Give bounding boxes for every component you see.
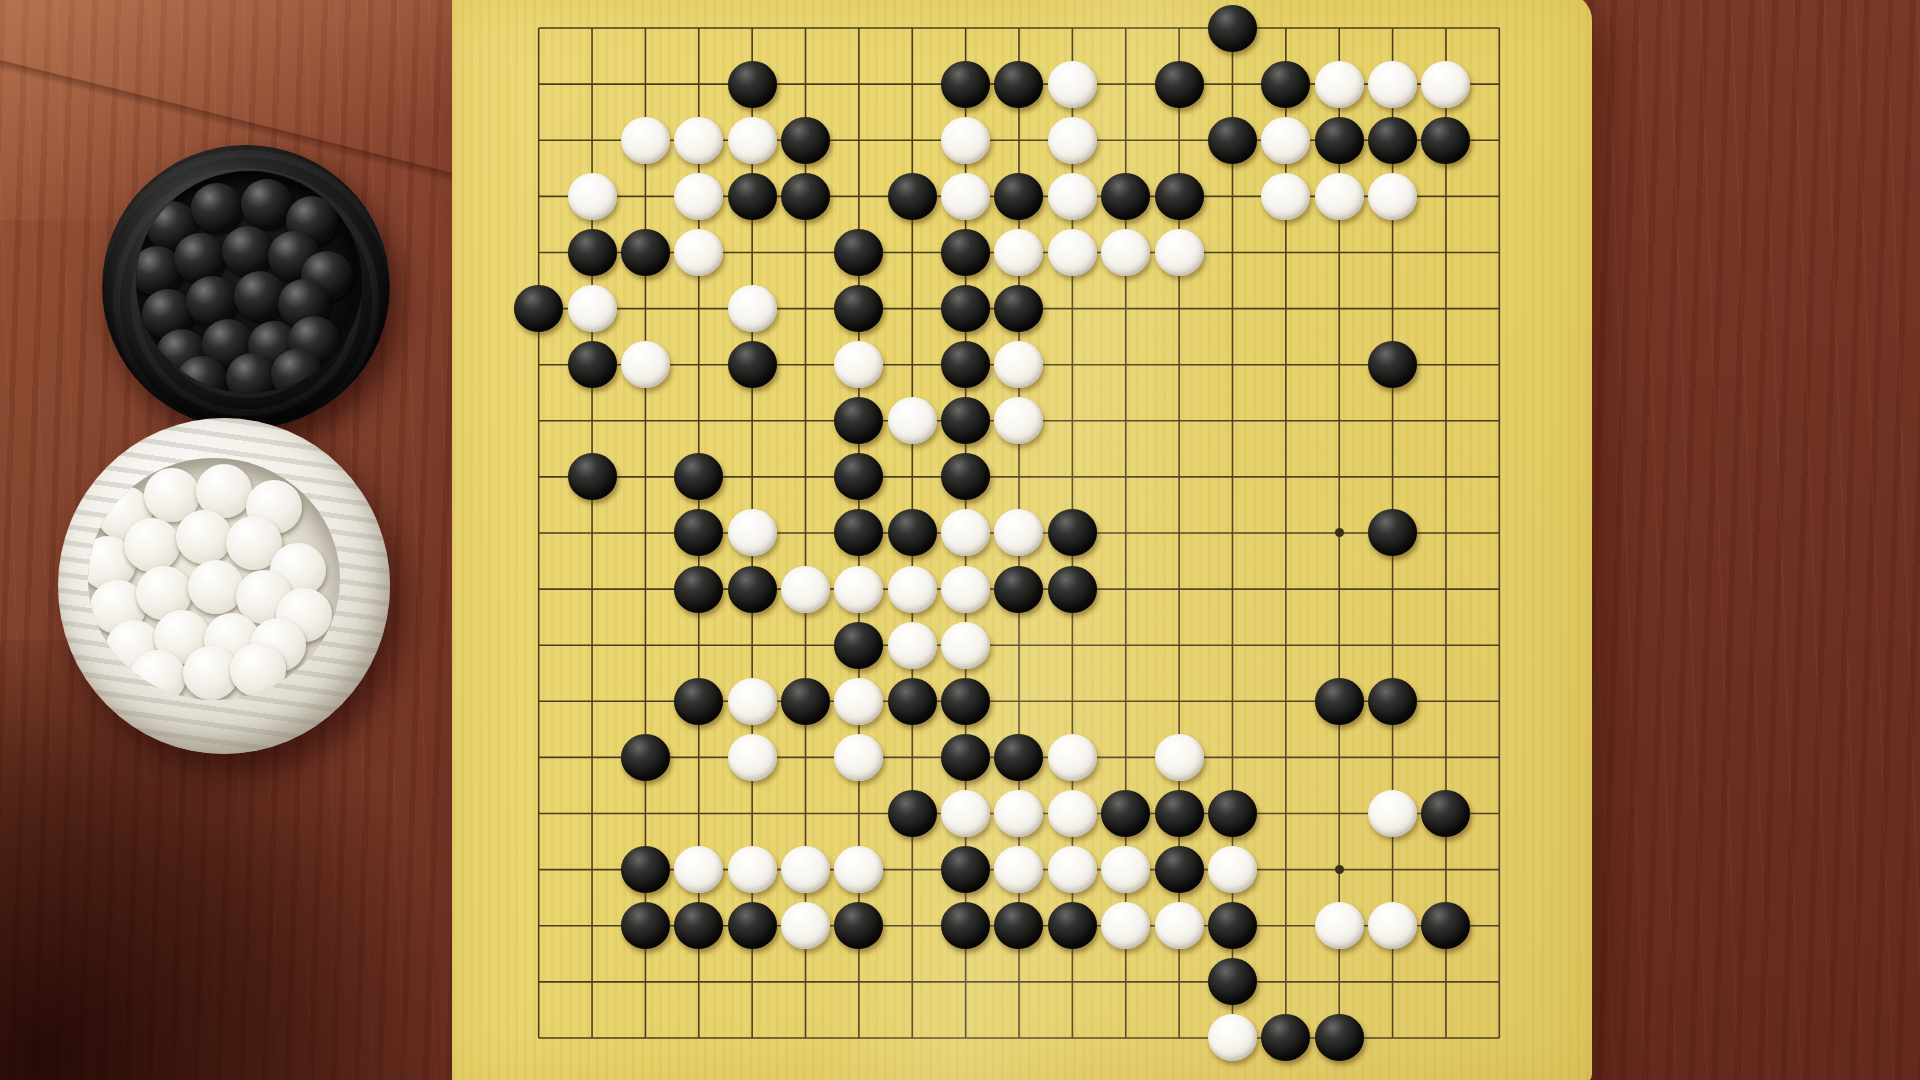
black-stone[interactable] <box>1421 117 1470 164</box>
white-stone[interactable] <box>1048 229 1097 276</box>
black-stone[interactable] <box>888 509 937 556</box>
black-stone[interactable] <box>994 734 1043 781</box>
white-stone[interactable] <box>1208 846 1257 893</box>
black-stone[interactable] <box>1368 341 1417 388</box>
white-stone[interactable] <box>994 790 1043 837</box>
white-stone[interactable] <box>568 173 617 220</box>
white-stone-in-bowl[interactable] <box>188 560 244 614</box>
black-stone[interactable] <box>1155 61 1204 108</box>
black-stone[interactable] <box>888 790 937 837</box>
white-stone[interactable] <box>888 397 937 444</box>
white-stone[interactable] <box>728 846 777 893</box>
black-stone[interactable] <box>834 285 883 332</box>
black-stone[interactable] <box>674 509 723 556</box>
white-stone[interactable] <box>941 566 990 613</box>
black-stone[interactable] <box>1421 790 1470 837</box>
white-stone[interactable] <box>1421 61 1470 108</box>
white-stone[interactable] <box>1101 902 1150 949</box>
black-stone[interactable] <box>674 453 723 500</box>
black-stone[interactable] <box>1315 117 1364 164</box>
white-stone[interactable] <box>941 173 990 220</box>
black-stone-in-bowl[interactable] <box>222 226 274 276</box>
black-stone[interactable] <box>1261 1014 1310 1061</box>
black-stone[interactable] <box>1155 173 1204 220</box>
white-stone[interactable] <box>1261 173 1310 220</box>
black-stone[interactable] <box>621 229 670 276</box>
black-stone[interactable] <box>994 173 1043 220</box>
white-stone[interactable] <box>1368 902 1417 949</box>
black-stone[interactable] <box>888 678 937 725</box>
black-stone[interactable] <box>1208 117 1257 164</box>
white-stone[interactable] <box>1368 173 1417 220</box>
white-stone[interactable] <box>728 678 777 725</box>
white-stone[interactable] <box>1368 61 1417 108</box>
white-stone[interactable] <box>834 846 883 893</box>
white-stone-in-bowl[interactable] <box>230 643 286 697</box>
white-stone[interactable] <box>941 790 990 837</box>
white-stone[interactable] <box>834 678 883 725</box>
white-stone[interactable] <box>1048 173 1097 220</box>
black-stone[interactable] <box>514 285 563 332</box>
black-stone[interactable] <box>941 229 990 276</box>
black-stone[interactable] <box>674 566 723 613</box>
black-stone[interactable] <box>834 453 883 500</box>
white-stone[interactable] <box>1048 846 1097 893</box>
black-stone[interactable] <box>834 902 883 949</box>
black-stone[interactable] <box>834 622 883 669</box>
black-bowl-opening <box>136 171 362 393</box>
white-stone[interactable] <box>941 117 990 164</box>
black-stone[interactable] <box>568 229 617 276</box>
white-stone[interactable] <box>1101 229 1150 276</box>
black-stone[interactable] <box>1155 790 1204 837</box>
white-stone[interactable] <box>1048 790 1097 837</box>
white-stone-in-bowl[interactable] <box>176 510 232 564</box>
white-stone[interactable] <box>1155 902 1204 949</box>
black-stone[interactable] <box>834 397 883 444</box>
white-stone[interactable] <box>1261 117 1310 164</box>
black-stone[interactable] <box>1048 902 1097 949</box>
black-stone[interactable] <box>941 902 990 949</box>
white-stone[interactable] <box>674 117 723 164</box>
black-stone[interactable] <box>1101 173 1150 220</box>
black-stone[interactable] <box>781 678 830 725</box>
black-stone[interactable] <box>728 566 777 613</box>
go-grid <box>512 0 1526 1066</box>
black-stone-in-bowl[interactable] <box>174 233 226 283</box>
black-stone[interactable] <box>621 846 670 893</box>
white-stone[interactable] <box>941 622 990 669</box>
white-stone-in-bowl[interactable] <box>130 650 186 700</box>
white-stone[interactable] <box>1048 734 1097 781</box>
black-stone[interactable] <box>994 566 1043 613</box>
black-stone-bowl[interactable] <box>102 145 390 429</box>
black-stone[interactable] <box>621 902 670 949</box>
black-stone[interactable] <box>674 678 723 725</box>
black-stone[interactable] <box>728 61 777 108</box>
white-stone[interactable] <box>674 846 723 893</box>
black-stone[interactable] <box>781 117 830 164</box>
white-stone[interactable] <box>728 285 777 332</box>
white-stone[interactable] <box>568 285 617 332</box>
black-stone[interactable] <box>941 846 990 893</box>
white-stone[interactable] <box>1155 734 1204 781</box>
black-stone-in-bowl[interactable] <box>191 183 243 233</box>
white-stone[interactable] <box>994 229 1043 276</box>
black-stone[interactable] <box>1101 790 1150 837</box>
black-stone[interactable] <box>728 173 777 220</box>
white-stone[interactable] <box>1155 229 1204 276</box>
black-stone[interactable] <box>621 734 670 781</box>
black-stone[interactable] <box>781 173 830 220</box>
black-stone[interactable] <box>674 902 723 949</box>
white-stone[interactable] <box>834 566 883 613</box>
white-stone[interactable] <box>728 734 777 781</box>
black-stone[interactable] <box>941 678 990 725</box>
white-stone[interactable] <box>834 734 883 781</box>
black-stone[interactable] <box>1208 958 1257 1005</box>
black-stone[interactable] <box>834 509 883 556</box>
black-stone[interactable] <box>1208 902 1257 949</box>
black-stone[interactable] <box>1315 678 1364 725</box>
white-stone[interactable] <box>621 117 670 164</box>
black-stone[interactable] <box>1421 902 1470 949</box>
white-stone[interactable] <box>728 117 777 164</box>
white-stone[interactable] <box>1368 790 1417 837</box>
white-stone[interactable] <box>888 622 937 669</box>
white-stone-bowl[interactable] <box>58 418 390 754</box>
black-stone[interactable] <box>1368 678 1417 725</box>
black-stone[interactable] <box>1368 117 1417 164</box>
white-stone[interactable] <box>1048 61 1097 108</box>
black-stone[interactable] <box>994 902 1043 949</box>
white-stone[interactable] <box>994 846 1043 893</box>
black-stone[interactable] <box>1261 61 1310 108</box>
black-stone[interactable] <box>994 61 1043 108</box>
white-stone[interactable] <box>1315 902 1364 949</box>
black-stone[interactable] <box>728 341 777 388</box>
board-grid-area <box>512 0 1526 1066</box>
go-board <box>452 0 1592 1080</box>
black-stone[interactable] <box>1048 566 1097 613</box>
black-stone[interactable] <box>1368 509 1417 556</box>
black-stone[interactable] <box>568 453 617 500</box>
white-stone[interactable] <box>781 566 830 613</box>
black-stone[interactable] <box>834 229 883 276</box>
black-stone[interactable] <box>941 285 990 332</box>
black-stone[interactable] <box>1208 790 1257 837</box>
white-stone[interactable] <box>1208 1014 1257 1061</box>
star-point <box>1335 865 1344 874</box>
white-stone[interactable] <box>941 509 990 556</box>
white-stone[interactable] <box>994 341 1043 388</box>
white-stone[interactable] <box>888 566 937 613</box>
black-stone[interactable] <box>994 285 1043 332</box>
black-stone[interactable] <box>941 397 990 444</box>
white-stone[interactable] <box>1315 61 1364 108</box>
white-stone[interactable] <box>781 902 830 949</box>
white-stone[interactable] <box>834 341 883 388</box>
black-stone-in-bowl[interactable] <box>271 349 323 393</box>
white-bowl-opening <box>88 458 340 700</box>
white-stone[interactable] <box>1048 117 1097 164</box>
white-stone[interactable] <box>621 341 670 388</box>
black-stone[interactable] <box>941 341 990 388</box>
white-stone[interactable] <box>674 173 723 220</box>
black-stone[interactable] <box>888 173 937 220</box>
black-stone[interactable] <box>1155 846 1204 893</box>
black-stone[interactable] <box>941 453 990 500</box>
white-stone[interactable] <box>1315 173 1364 220</box>
star-point <box>1335 528 1344 537</box>
white-stone[interactable] <box>994 509 1043 556</box>
black-stone[interactable] <box>941 734 990 781</box>
white-stone[interactable] <box>994 397 1043 444</box>
black-stone[interactable] <box>1208 5 1257 52</box>
white-stone[interactable] <box>781 846 830 893</box>
white-stone[interactable] <box>728 509 777 556</box>
black-stone[interactable] <box>1315 1014 1364 1061</box>
white-stone-in-bowl[interactable] <box>124 518 180 572</box>
white-stone[interactable] <box>1101 846 1150 893</box>
black-stone[interactable] <box>568 341 617 388</box>
black-stone[interactable] <box>941 61 990 108</box>
black-stone[interactable] <box>728 902 777 949</box>
black-stone[interactable] <box>1048 509 1097 556</box>
white-stone[interactable] <box>674 229 723 276</box>
